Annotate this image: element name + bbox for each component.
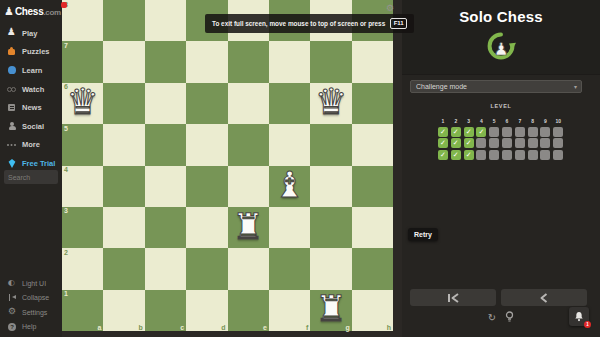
square-f6[interactable] bbox=[269, 83, 310, 124]
level-column-9: 9 bbox=[540, 117, 550, 125]
piece-white-bishop-f4[interactable]: ♝ bbox=[269, 166, 310, 207]
mode-dropdown-value: Challenge mode bbox=[411, 83, 467, 90]
square-d2[interactable] bbox=[186, 248, 227, 289]
sidebar-footer-label: Light UI bbox=[22, 280, 46, 287]
mode-dropdown[interactable]: Challenge mode ▾ bbox=[410, 80, 582, 93]
level-cell-r2-c4 bbox=[476, 138, 486, 148]
square-g2[interactable] bbox=[310, 248, 351, 289]
level-cell-r1-c6 bbox=[502, 127, 512, 137]
square-b1[interactable]: b bbox=[103, 290, 144, 331]
square-b8[interactable] bbox=[103, 0, 144, 41]
square-e4[interactable] bbox=[228, 166, 269, 207]
square-a1[interactable]: 1a bbox=[62, 290, 103, 331]
level-label: LEVEL bbox=[402, 103, 600, 109]
check-icon: ✓ bbox=[440, 150, 446, 160]
rank-label-1: 1 bbox=[64, 290, 68, 297]
level-column-4: 4 bbox=[476, 117, 486, 125]
rank-label-2: 2 bbox=[64, 249, 68, 256]
check-icon: ✓ bbox=[440, 127, 446, 137]
piece-white-queen-g6[interactable]: ♛ bbox=[310, 83, 351, 124]
solo-chess-panel: Solo Chess ♟ Challenge mode ▾ LEVEL 1234… bbox=[402, 0, 600, 337]
level-cell-r1-c2: ✓ bbox=[451, 127, 461, 137]
square-h1[interactable]: h bbox=[352, 290, 393, 331]
piece-white-queen-a6[interactable]: ♛ bbox=[62, 83, 103, 124]
level-cell-r2-c3: ✓ bbox=[464, 138, 474, 148]
square-f3[interactable] bbox=[269, 207, 310, 248]
square-e1[interactable]: e bbox=[228, 290, 269, 331]
square-e7[interactable] bbox=[228, 41, 269, 82]
solo-chess-pawn-recycle-icon: ♟ bbox=[486, 31, 516, 63]
check-icon: ✓ bbox=[466, 138, 472, 148]
pawn-logo-icon: ♟ bbox=[4, 6, 14, 18]
square-a5[interactable]: 5 bbox=[62, 124, 103, 165]
back-button[interactable] bbox=[501, 289, 587, 306]
sidebar-footer-collapse[interactable]: Collapse bbox=[0, 291, 62, 306]
square-d3[interactable] bbox=[186, 207, 227, 248]
restart-icon[interactable]: ↻ bbox=[488, 312, 496, 324]
square-h7[interactable] bbox=[352, 41, 393, 82]
level-column-1: 1 bbox=[438, 117, 448, 125]
square-g1[interactable]: g♜ bbox=[310, 290, 351, 331]
rank-label-5: 5 bbox=[64, 125, 68, 132]
puzzle-icon bbox=[7, 47, 17, 57]
sidebar-item-learn[interactable]: Learn bbox=[0, 61, 62, 80]
square-b2[interactable] bbox=[103, 248, 144, 289]
square-g7[interactable] bbox=[310, 41, 351, 82]
check-icon: ✓ bbox=[453, 127, 459, 137]
level-cell-r3-c10 bbox=[553, 150, 563, 160]
level-cell-r2-c2: ✓ bbox=[451, 138, 461, 148]
square-c3[interactable] bbox=[145, 207, 186, 248]
file-label-a: a bbox=[97, 324, 101, 331]
square-g6[interactable]: ♛ bbox=[310, 83, 351, 124]
square-b5[interactable] bbox=[103, 124, 144, 165]
sidebar-item-label: News bbox=[22, 103, 42, 112]
level-cell-r3-c9 bbox=[540, 150, 550, 160]
learn-icon bbox=[7, 65, 17, 75]
square-a8[interactable]: 8 bbox=[62, 0, 103, 41]
square-g3[interactable] bbox=[310, 207, 351, 248]
sidebar-item-more[interactable]: More bbox=[0, 136, 62, 155]
level-cell-r3-c5 bbox=[489, 150, 499, 160]
square-h5[interactable] bbox=[352, 124, 393, 165]
go-to-start-button[interactable] bbox=[410, 289, 496, 306]
sidebar-item-label: Free Trial bbox=[22, 159, 55, 168]
piece-white-rook-g1[interactable]: ♜ bbox=[310, 290, 351, 331]
square-e3[interactable]: ♜ bbox=[228, 207, 269, 248]
sidebar-item-watch[interactable]: Watch bbox=[0, 80, 62, 99]
check-icon: ✓ bbox=[453, 138, 459, 148]
level-progress-grid: 12345678910✓✓✓✓✓✓✓✓✓✓ bbox=[438, 117, 563, 160]
square-d1[interactable]: d bbox=[186, 290, 227, 331]
sidebar-item-label: More bbox=[22, 140, 40, 149]
level-cell-r1-c7 bbox=[515, 127, 525, 137]
square-c4[interactable] bbox=[145, 166, 186, 207]
rank-label-4: 4 bbox=[64, 166, 68, 173]
file-label-f: f bbox=[306, 324, 308, 331]
square-c8[interactable] bbox=[145, 0, 186, 41]
level-column-7: 7 bbox=[515, 117, 525, 125]
level-column-5: 5 bbox=[489, 117, 499, 125]
piece-white-rook-e3[interactable]: ♜ bbox=[228, 207, 269, 248]
search-input[interactable] bbox=[4, 170, 58, 184]
square-f2[interactable] bbox=[269, 248, 310, 289]
rank-label-3: 3 bbox=[64, 207, 68, 214]
retry-tooltip[interactable]: Retry bbox=[408, 228, 438, 241]
move-nav-buttons bbox=[410, 289, 587, 306]
square-b3[interactable] bbox=[103, 207, 144, 248]
level-column-6: 6 bbox=[502, 117, 512, 125]
square-c6[interactable] bbox=[145, 83, 186, 124]
square-g4[interactable] bbox=[310, 166, 351, 207]
square-b7[interactable] bbox=[103, 41, 144, 82]
file-label-e: e bbox=[263, 324, 267, 331]
square-d6[interactable] bbox=[186, 83, 227, 124]
level-column-8: 8 bbox=[528, 117, 538, 125]
hint-lightbulb-icon[interactable] bbox=[505, 309, 514, 327]
square-a6[interactable]: 6♛ bbox=[62, 83, 103, 124]
sidebar-footer: Light UICollapseSettingsHelp bbox=[0, 276, 62, 334]
square-a3[interactable]: 3 bbox=[62, 207, 103, 248]
pawn-icon: ♟ bbox=[486, 31, 516, 63]
square-e6[interactable] bbox=[228, 83, 269, 124]
level-cell-r2-c6 bbox=[502, 138, 512, 148]
pawn-icon bbox=[7, 28, 17, 38]
level-cell-r2-c9 bbox=[540, 138, 550, 148]
sidebar-item-label: Watch bbox=[22, 85, 44, 94]
board-settings-gear-icon[interactable]: ⚙ bbox=[386, 3, 394, 13]
binoculars-icon bbox=[7, 84, 17, 94]
sidebar-footer-settings[interactable]: Settings bbox=[0, 305, 62, 320]
square-e5[interactable] bbox=[228, 124, 269, 165]
square-b4[interactable] bbox=[103, 166, 144, 207]
level-column-2: 2 bbox=[451, 117, 461, 125]
alerts-bell-button[interactable]: 1 bbox=[569, 307, 589, 326]
file-label-d: d bbox=[221, 324, 225, 331]
square-a2[interactable]: 2 bbox=[62, 248, 103, 289]
help-icon bbox=[8, 322, 17, 331]
check-icon: ✓ bbox=[440, 138, 446, 148]
file-label-h: h bbox=[387, 324, 391, 331]
chesscom-logo[interactable]: ♟ Chess.com bbox=[4, 4, 61, 19]
level-cell-r2-c8 bbox=[528, 138, 538, 148]
diamond-icon bbox=[7, 158, 17, 168]
square-c5[interactable] bbox=[145, 124, 186, 165]
square-a4[interactable]: 4 bbox=[62, 166, 103, 207]
check-icon: ✓ bbox=[466, 127, 472, 137]
sidebar-item-news[interactable]: News bbox=[0, 98, 62, 117]
level-cell-r2-c5 bbox=[489, 138, 499, 148]
chevron-left-icon bbox=[539, 293, 549, 303]
square-f7[interactable] bbox=[269, 41, 310, 82]
contrast-icon bbox=[8, 279, 17, 288]
page-title: Solo Chess bbox=[402, 8, 600, 25]
skip-to-start-icon bbox=[447, 293, 460, 303]
square-c7[interactable] bbox=[145, 41, 186, 82]
bell-icon bbox=[574, 311, 584, 322]
level-cell-r1-c3: ✓ bbox=[464, 127, 474, 137]
square-e2[interactable] bbox=[228, 248, 269, 289]
square-f4[interactable]: ♝ bbox=[269, 166, 310, 207]
check-icon: ✓ bbox=[453, 150, 459, 160]
square-d4[interactable] bbox=[186, 166, 227, 207]
sidebar-footer-label: Help bbox=[22, 323, 36, 330]
f11-key-badge: F11 bbox=[390, 18, 407, 29]
sidebar-item-label: Puzzles bbox=[22, 47, 50, 56]
logo-text: Chess.com bbox=[15, 6, 61, 17]
sidebar-item-social[interactable]: Social bbox=[0, 117, 62, 136]
level-column-10: 10 bbox=[553, 117, 563, 125]
square-a7[interactable]: 7 bbox=[62, 41, 103, 82]
collapse-icon bbox=[8, 293, 17, 302]
sidebar-item-puzzles[interactable]: Puzzles bbox=[0, 43, 62, 62]
file-label-c: c bbox=[180, 324, 184, 331]
level-cell-r1-c9 bbox=[540, 127, 550, 137]
level-cell-r3-c8 bbox=[528, 150, 538, 160]
level-cell-r2-c1: ✓ bbox=[438, 138, 448, 148]
square-c2[interactable] bbox=[145, 248, 186, 289]
rank-label-7: 7 bbox=[64, 42, 68, 49]
level-cell-r3-c4 bbox=[476, 150, 486, 160]
chess-board[interactable]: 876♛♛54♝3♜21abcdefg♜h bbox=[62, 0, 393, 331]
fullscreen-banner: To exit full screen, move mouse to top o… bbox=[205, 14, 414, 33]
level-cell-r3-c6 bbox=[502, 150, 512, 160]
sidebar-footer-label: Settings bbox=[22, 309, 47, 316]
level-cell-r3-c3: ✓ bbox=[464, 150, 474, 160]
level-cell-r2-c7 bbox=[515, 138, 525, 148]
person-icon bbox=[7, 121, 17, 131]
news-icon bbox=[7, 103, 17, 113]
sidebar-nav: PlayPuzzlesLearnWatchNewsSocialMoreFree … bbox=[0, 24, 62, 173]
square-g5[interactable] bbox=[310, 124, 351, 165]
level-cell-r1-c5 bbox=[489, 127, 499, 137]
sidebar-item-label: Play bbox=[22, 29, 37, 38]
ellipsis-icon bbox=[7, 140, 17, 150]
file-label-b: b bbox=[139, 324, 143, 331]
bell-badge: 1 bbox=[584, 321, 591, 328]
square-b6[interactable] bbox=[103, 83, 144, 124]
square-f1[interactable]: f bbox=[269, 290, 310, 331]
square-c1[interactable]: c bbox=[145, 290, 186, 331]
level-cell-r3-c2: ✓ bbox=[451, 150, 461, 160]
square-h6[interactable] bbox=[352, 83, 393, 124]
banner-text: To exit full screen, move mouse to top o… bbox=[212, 20, 385, 27]
level-cell-r1-c10 bbox=[553, 127, 563, 137]
square-h4[interactable] bbox=[352, 166, 393, 207]
sidebar-item-label: Learn bbox=[22, 66, 42, 75]
level-cell-r1-c1: ✓ bbox=[438, 127, 448, 137]
square-d7[interactable] bbox=[186, 41, 227, 82]
sidebar-footer-light-ui[interactable]: Light UI bbox=[0, 276, 62, 291]
level-cell-r1-c4: ✓ bbox=[476, 127, 486, 137]
square-h2[interactable] bbox=[352, 248, 393, 289]
square-f5[interactable] bbox=[269, 124, 310, 165]
square-h3[interactable] bbox=[352, 207, 393, 248]
square-d5[interactable] bbox=[186, 124, 227, 165]
level-cell-r3-c1: ✓ bbox=[438, 150, 448, 160]
level-cell-r1-c8 bbox=[528, 127, 538, 137]
sidebar-footer-help[interactable]: Help bbox=[0, 320, 62, 335]
gear-icon bbox=[8, 308, 17, 317]
sidebar: ♟ Chess.com PlayPuzzlesLearnWatchNewsSoc… bbox=[0, 0, 62, 337]
chevron-down-icon: ▾ bbox=[574, 81, 577, 92]
notification-badge bbox=[61, 2, 67, 8]
check-icon: ✓ bbox=[478, 127, 484, 137]
level-column-3: 3 bbox=[464, 117, 474, 125]
sidebar-item-label: Social bbox=[22, 122, 44, 131]
check-icon: ✓ bbox=[466, 150, 472, 160]
sidebar-footer-label: Collapse bbox=[22, 294, 49, 301]
sidebar-item-play[interactable]: Play bbox=[0, 24, 62, 43]
level-cell-r2-c10 bbox=[553, 138, 563, 148]
level-cell-r3-c7 bbox=[515, 150, 525, 160]
